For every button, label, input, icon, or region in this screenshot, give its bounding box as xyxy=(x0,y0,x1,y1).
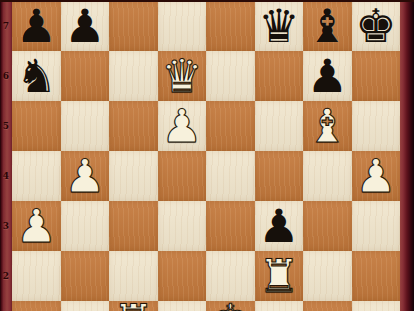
board-frame-right xyxy=(400,0,414,311)
square-a4[interactable] xyxy=(12,151,61,201)
white-pawn-a3[interactable]: ♟ xyxy=(16,201,57,251)
square-f4[interactable] xyxy=(255,151,304,201)
square-b5[interactable] xyxy=(61,101,110,151)
square-c3[interactable] xyxy=(109,201,158,251)
board-frame-top xyxy=(0,0,414,2)
white-pawn-b4[interactable]: ♟ xyxy=(64,151,105,201)
square-b3[interactable] xyxy=(61,201,110,251)
rank-label-4: 4 xyxy=(0,170,12,182)
square-h6[interactable] xyxy=(352,51,401,101)
square-g1[interactable] xyxy=(303,301,352,311)
rank-label-5: 5 xyxy=(0,120,12,132)
square-d6[interactable]: ♛ xyxy=(158,51,207,101)
square-e7[interactable] xyxy=(206,1,255,51)
square-b7[interactable]: ♟ xyxy=(61,1,110,51)
square-c5[interactable] xyxy=(109,101,158,151)
square-c4[interactable] xyxy=(109,151,158,201)
square-a2[interactable] xyxy=(12,251,61,301)
square-h5[interactable] xyxy=(352,101,401,151)
chessboard: ♟♟♛♝♚♞♛♟♟♝♟♟♟♟♜♜♚ xyxy=(12,0,400,311)
white-pawn-h4[interactable]: ♟ xyxy=(355,151,396,201)
square-f5[interactable] xyxy=(255,101,304,151)
square-e3[interactable] xyxy=(206,201,255,251)
white-king-e1[interactable]: ♚ xyxy=(210,296,251,311)
square-d1[interactable] xyxy=(158,301,207,311)
square-a3[interactable]: ♟ xyxy=(12,201,61,251)
square-d5[interactable]: ♟ xyxy=(158,101,207,151)
square-c6[interactable] xyxy=(109,51,158,101)
square-b1[interactable] xyxy=(61,301,110,311)
square-f7[interactable]: ♛ xyxy=(255,1,304,51)
square-f3[interactable]: ♟ xyxy=(255,201,304,251)
white-pawn-d5[interactable]: ♟ xyxy=(161,101,202,151)
square-e5[interactable] xyxy=(206,101,255,151)
white-bishop-g5[interactable]: ♝ xyxy=(307,101,348,151)
square-d4[interactable] xyxy=(158,151,207,201)
square-e4[interactable] xyxy=(206,151,255,201)
square-g7[interactable]: ♝ xyxy=(303,1,352,51)
white-rook-c1[interactable]: ♜ xyxy=(113,296,154,311)
square-a1[interactable] xyxy=(12,301,61,311)
square-d7[interactable] xyxy=(158,1,207,51)
square-h4[interactable]: ♟ xyxy=(352,151,401,201)
black-bishop-g7[interactable]: ♝ xyxy=(307,1,348,51)
square-f1[interactable] xyxy=(255,301,304,311)
square-a7[interactable]: ♟ xyxy=(12,1,61,51)
square-f6[interactable] xyxy=(255,51,304,101)
white-rook-f2[interactable]: ♜ xyxy=(258,251,299,301)
square-g2[interactable] xyxy=(303,251,352,301)
black-pawn-a7[interactable]: ♟ xyxy=(16,1,57,51)
chess-diagram: ♟♟♛♝♚♞♛♟♟♝♟♟♟♟♜♜♚ 765432 xyxy=(0,0,414,311)
square-f2[interactable]: ♜ xyxy=(255,251,304,301)
square-c7[interactable] xyxy=(109,1,158,51)
square-d3[interactable] xyxy=(158,201,207,251)
square-g3[interactable] xyxy=(303,201,352,251)
square-c1[interactable]: ♜ xyxy=(109,301,158,311)
square-d2[interactable] xyxy=(158,251,207,301)
rank-label-6: 6 xyxy=(0,70,12,82)
black-queen-f7[interactable]: ♛ xyxy=(258,1,299,51)
square-g4[interactable] xyxy=(303,151,352,201)
black-pawn-f3[interactable]: ♟ xyxy=(258,201,299,251)
square-g6[interactable]: ♟ xyxy=(303,51,352,101)
square-b6[interactable] xyxy=(61,51,110,101)
square-h1[interactable] xyxy=(352,301,401,311)
black-pawn-g6[interactable]: ♟ xyxy=(307,51,348,101)
square-h7[interactable]: ♚ xyxy=(352,1,401,51)
rank-label-3: 3 xyxy=(0,220,12,232)
square-h3[interactable] xyxy=(352,201,401,251)
black-knight-a6[interactable]: ♞ xyxy=(16,51,57,101)
board-frame-left xyxy=(0,0,12,311)
square-b4[interactable]: ♟ xyxy=(61,151,110,201)
square-e1[interactable]: ♚ xyxy=(206,301,255,311)
square-b2[interactable] xyxy=(61,251,110,301)
square-g5[interactable]: ♝ xyxy=(303,101,352,151)
square-e6[interactable] xyxy=(206,51,255,101)
white-queen-d6[interactable]: ♛ xyxy=(161,51,202,101)
square-h2[interactable] xyxy=(352,251,401,301)
rank-label-2: 2 xyxy=(0,270,12,282)
rank-label-7: 7 xyxy=(0,20,12,32)
square-a6[interactable]: ♞ xyxy=(12,51,61,101)
square-a5[interactable] xyxy=(12,101,61,151)
black-pawn-b7[interactable]: ♟ xyxy=(64,1,105,51)
black-king-h7[interactable]: ♚ xyxy=(355,1,396,51)
